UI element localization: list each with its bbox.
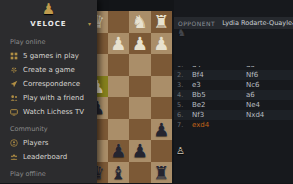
square-b7[interactable]: ♟ (129, 140, 151, 162)
square-a6[interactable]: ♟ (151, 119, 173, 141)
nav-drawer: ♟ VELOCE ▾ Play online5 games in playCre… (0, 0, 97, 183)
people-icon (10, 94, 18, 102)
drawer-section-label: Play offline (0, 164, 97, 181)
move-number: 6. (177, 110, 192, 120)
captured-black-knight-icon: ♞ (177, 27, 186, 38)
drawer-item-label: Correspondence (23, 80, 80, 88)
square-a1[interactable]: ♜ (151, 11, 173, 33)
black-rook[interactable]: ♜ (153, 162, 169, 184)
opponent-label: OPPONENT (178, 20, 215, 27)
square-b1[interactable]: ♞ (129, 11, 151, 33)
captured-white-pawn-icon: ♙ (176, 145, 185, 156)
drawer-section: Play offlineComputer (0, 164, 97, 183)
drawer-item-computer[interactable]: Computer (0, 181, 97, 183)
square-a5[interactable] (151, 97, 173, 119)
square-b4[interactable] (129, 76, 151, 98)
black-move[interactable]: Nxd4 (246, 110, 293, 120)
chevron-down-icon[interactable]: ▾ (292, 20, 293, 27)
drawer-item-leaderboard[interactable]: Leaderboard (0, 150, 97, 164)
white-pawn[interactable]: ♟ (153, 33, 169, 55)
white-move[interactable]: e3 (192, 80, 246, 90)
move-row: 5.Be2Ne4 (174, 100, 293, 110)
black-pawn[interactable]: ♟ (132, 140, 148, 162)
white-move[interactable]: Bf4 (192, 70, 246, 80)
square-c1[interactable] (108, 11, 130, 33)
pawn-logo-icon: ♟ (0, 0, 97, 19)
move-number: 2. (177, 70, 192, 80)
white-move[interactable]: exd4 (192, 120, 246, 130)
drawer-item-label: 5 games in play (23, 52, 79, 60)
tv-icon (10, 108, 18, 116)
gear-icon (10, 66, 18, 74)
square-c5[interactable] (108, 97, 130, 119)
white-rook[interactable]: ♜ (153, 11, 169, 33)
white-pawn[interactable]: ♟ (110, 33, 126, 55)
drawer-section-label: Play online (0, 32, 97, 49)
paper-plane-icon (10, 80, 18, 88)
black-pawn[interactable]: ♟ (153, 119, 169, 141)
drawer-section-label: Community (0, 119, 97, 136)
square-a7[interactable] (151, 140, 173, 162)
drawer-item-label: Watch Lichess TV (23, 108, 84, 116)
player-icon (10, 139, 18, 147)
drawer-item-watch-lichess-tv[interactable]: Watch Lichess TV (0, 105, 97, 119)
opponent-bar[interactable]: OPPONENT Lydia Rodarte-Quayle ▾ (174, 17, 293, 29)
square-b6[interactable] (129, 119, 151, 141)
move-row: 2.Bf4Nf6 (174, 70, 293, 80)
move-row: 6.Nf3Nxd4 (174, 110, 293, 120)
app-title: VELOCE (0, 20, 97, 28)
black-bishop[interactable]: ♝ (110, 162, 126, 184)
drawer-section: CommunityPlayersLeaderboard (0, 119, 97, 164)
move-row: 7.exd4 (174, 120, 293, 130)
drawer-item-play-with-a-friend[interactable]: Play with a friend (0, 91, 97, 105)
white-move[interactable]: Nf3 (192, 110, 246, 120)
square-c4[interactable] (108, 76, 130, 98)
drawer-header[interactable]: ♟ VELOCE ▾ (0, 0, 97, 32)
drawer-item-5-games-in-play[interactable]: 5 games in play (0, 49, 97, 63)
white-knight[interactable]: ♞ (132, 11, 148, 33)
white-pawn[interactable]: ♟ (132, 33, 148, 55)
drawer-item-label: Create a game (23, 66, 75, 74)
drawer-item-create-a-game[interactable]: Create a game (0, 63, 97, 77)
black-move[interactable]: Nc6 (246, 80, 293, 90)
drawer-item-players[interactable]: Players (0, 136, 97, 150)
move-number: 3. (177, 80, 192, 90)
game-info-panel: OPPONENT Lydia Rodarte-Quayle ▾ ♞ 1.d4d5… (174, 0, 293, 183)
opponent-name: Lydia Rodarte-Quayle (222, 19, 292, 27)
move-row: 4.Bb5a6 (174, 90, 293, 100)
white-move[interactable]: Be2 (192, 100, 246, 110)
chevron-down-icon[interactable]: ▾ (88, 20, 91, 27)
move-number: 5. (177, 100, 192, 110)
move-number: 7. (177, 120, 192, 130)
move-number: 4. (177, 90, 192, 100)
drawer-item-label: Players (23, 139, 48, 147)
white-move[interactable]: Bb5 (192, 90, 246, 100)
black-move[interactable]: a6 (246, 90, 293, 100)
black-pawn[interactable]: ♟ (110, 140, 126, 162)
black-move[interactable] (246, 120, 293, 130)
square-b3[interactable] (129, 54, 151, 76)
move-list[interactable]: 1.d4d52.Bf4Nf63.e3Nc64.Bb5a65.Be2Ne46.Nf… (174, 66, 293, 132)
grid-icon (10, 52, 18, 60)
square-b2[interactable]: ♟ (129, 33, 151, 55)
drawer-item-label: Play with a friend (23, 94, 84, 102)
drawer-item-correspondence[interactable]: Correspondence (0, 77, 97, 91)
square-c2[interactable]: ♟ (108, 33, 130, 55)
square-b8[interactable] (129, 162, 151, 184)
square-c8[interactable]: ♝ (108, 162, 130, 184)
square-c7[interactable]: ♟ (108, 140, 130, 162)
square-a3[interactable] (151, 54, 173, 76)
square-c3[interactable] (108, 54, 130, 76)
black-move[interactable]: Ne4 (246, 100, 293, 110)
black-move[interactable]: Nf6 (246, 70, 293, 80)
square-a4[interactable] (151, 76, 173, 98)
move-row: 3.e3Nc6 (174, 80, 293, 90)
square-a8[interactable]: ♜ (151, 162, 173, 184)
drawer-section: Play online5 games in playCreate a gameC… (0, 32, 97, 119)
drawer-item-label: Leaderboard (23, 153, 67, 161)
leaderboard-icon (10, 153, 18, 161)
square-a2[interactable]: ♟ (151, 33, 173, 55)
square-b5[interactable] (129, 97, 151, 119)
square-c6[interactable] (108, 119, 130, 141)
